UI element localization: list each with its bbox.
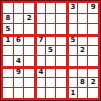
given-digit: 5 <box>5 26 10 33</box>
sudoku-cell-r2c8[interactable] <box>78 14 88 24</box>
sudoku-cell-r4c7[interactable]: 5 <box>67 35 77 45</box>
sudoku-cell-r6c1[interactable] <box>3 56 13 66</box>
sudoku-cell-r9c9[interactable] <box>88 88 98 98</box>
sudoku-cell-r5c4[interactable] <box>35 46 45 56</box>
sudoku-cell-r1c1[interactable] <box>3 3 13 13</box>
sudoku-cell-r9c2[interactable] <box>14 88 24 98</box>
sudoku-cell-r7c7[interactable] <box>67 67 77 77</box>
sudoku-cell-r2c5[interactable] <box>46 14 56 24</box>
given-digit: 3 <box>70 4 75 11</box>
sudoku-cell-r2c6[interactable] <box>56 14 66 24</box>
sudoku-cell-r4c1[interactable]: 1 <box>3 35 13 45</box>
sudoku-cell-r7c5[interactable] <box>46 67 56 77</box>
sudoku-cell-r1c4[interactable] <box>35 3 45 13</box>
sudoku-cell-r3c6[interactable] <box>56 24 66 34</box>
sudoku-cell-r9c1[interactable] <box>3 88 13 98</box>
sudoku-cell-r7c4[interactable]: 4 <box>35 67 45 77</box>
sudoku-cell-r3c9[interactable] <box>88 24 98 34</box>
sudoku-cell-r2c4[interactable] <box>35 14 45 24</box>
sudoku-cell-r2c7[interactable] <box>67 14 77 24</box>
sudoku-cell-r8c2[interactable] <box>14 78 24 88</box>
sudoku-cell-r7c3[interactable] <box>24 67 34 77</box>
sudoku-cell-r5c1[interactable] <box>3 46 13 56</box>
sudoku-cell-r4c2[interactable]: 6 <box>14 35 24 45</box>
given-digit: 4 <box>16 58 21 65</box>
sudoku-cell-r7c9[interactable] <box>88 67 98 77</box>
sudoku-cell-r4c9[interactable] <box>88 35 98 45</box>
given-digit: 8 <box>5 15 10 22</box>
given-digit: 6 <box>16 37 21 44</box>
sudoku-cell-r1c7[interactable]: 3 <box>67 3 77 13</box>
sudoku-cell-r8c7[interactable] <box>67 78 77 88</box>
sudoku-cell-r3c2[interactable] <box>14 24 24 34</box>
given-digit: 2 <box>27 15 32 22</box>
sudoku-cell-r3c8[interactable] <box>78 24 88 34</box>
sudoku-cell-r5c8[interactable]: 2 <box>78 46 88 56</box>
sudoku-cell-r6c2[interactable]: 4 <box>14 56 24 66</box>
sudoku-cell-r5c6[interactable] <box>56 46 66 56</box>
sudoku-cell-r7c8[interactable] <box>78 67 88 77</box>
given-digit: 5 <box>48 47 53 54</box>
sudoku-cell-r3c3[interactable] <box>24 24 34 34</box>
sudoku-cell-r2c3[interactable]: 2 <box>24 14 34 24</box>
sudoku-cell-r5c5[interactable]: 5 <box>46 46 56 56</box>
given-digit: 4 <box>38 69 43 76</box>
sudoku-cell-r6c4[interactable] <box>35 56 45 66</box>
sudoku-cell-r3c5[interactable] <box>46 24 56 34</box>
given-digit: 7 <box>38 37 43 44</box>
sudoku-cell-r4c5[interactable] <box>46 35 56 45</box>
sudoku-cell-r7c2[interactable]: 9 <box>14 67 24 77</box>
sudoku-cell-r3c7[interactable] <box>67 24 77 34</box>
sudoku-cell-r8c9[interactable]: 2 <box>88 78 98 88</box>
sudoku-cell-r7c1[interactable] <box>3 67 13 77</box>
sudoku-cell-r5c2[interactable] <box>14 46 24 56</box>
sudoku-cell-r4c6[interactable] <box>56 35 66 45</box>
sudoku-cell-r4c3[interactable] <box>24 35 34 45</box>
sudoku-cell-r6c5[interactable] <box>46 56 56 66</box>
sudoku-cell-r1c3[interactable] <box>24 3 34 13</box>
sudoku-cell-r1c9[interactable]: 9 <box>88 3 98 13</box>
sudoku-cell-r2c2[interactable] <box>14 14 24 24</box>
sudoku-cell-r1c6[interactable] <box>56 3 66 13</box>
sudoku-cell-r6c8[interactable] <box>78 56 88 66</box>
given-digit: 1 <box>5 37 10 44</box>
sudoku-cell-r9c3[interactable] <box>24 88 34 98</box>
sudoku-cell-r3c4[interactable] <box>35 24 45 34</box>
sudoku-cell-r2c9[interactable] <box>88 14 98 24</box>
sudoku-cell-r1c2[interactable] <box>14 3 24 13</box>
sudoku-cell-r6c7[interactable] <box>67 56 77 66</box>
sudoku-cell-r8c6[interactable] <box>56 78 66 88</box>
given-digit: 2 <box>80 47 85 54</box>
sudoku-cell-r5c9[interactable] <box>88 46 98 56</box>
sudoku-cell-r6c3[interactable] <box>24 56 34 66</box>
given-digit: 1 <box>70 90 75 97</box>
sudoku-cell-r9c6[interactable] <box>56 88 66 98</box>
sudoku-cell-r9c4[interactable] <box>35 88 45 98</box>
sudoku-cell-r4c8[interactable] <box>78 35 88 45</box>
given-digit: 9 <box>91 4 96 11</box>
given-digit: 8 <box>80 79 85 86</box>
sudoku-cell-r9c5[interactable] <box>46 88 56 98</box>
sudoku-cell-r8c1[interactable] <box>3 78 13 88</box>
sudoku-cell-r8c8[interactable]: 8 <box>78 78 88 88</box>
sudoku-cell-r9c7[interactable]: 1 <box>67 88 77 98</box>
sudoku-cell-r7c6[interactable] <box>56 67 66 77</box>
given-digit: 2 <box>91 79 96 86</box>
sudoku-frame: 39825167552494821 <box>0 0 101 101</box>
sudoku-cell-r1c8[interactable] <box>78 3 88 13</box>
sudoku-cell-r3c1[interactable]: 5 <box>3 24 13 34</box>
sudoku-cell-r9c8[interactable] <box>78 88 88 98</box>
sudoku-cell-r8c3[interactable] <box>24 78 34 88</box>
sudoku-board: 39825167552494821 <box>1 1 100 100</box>
given-digit: 9 <box>16 69 21 76</box>
sudoku-cell-r1c5[interactable] <box>46 3 56 13</box>
sudoku-cell-r5c3[interactable] <box>24 46 34 56</box>
sudoku-cell-r6c6[interactable] <box>56 56 66 66</box>
sudoku-cell-r8c5[interactable] <box>46 78 56 88</box>
given-digit: 5 <box>70 37 75 44</box>
sudoku-cell-r5c7[interactable] <box>67 46 77 56</box>
sudoku-cell-r8c4[interactable] <box>35 78 45 88</box>
sudoku-cell-r2c1[interactable]: 8 <box>3 14 13 24</box>
sudoku-cell-r6c9[interactable] <box>88 56 98 66</box>
sudoku-cell-r4c4[interactable]: 7 <box>35 35 45 45</box>
